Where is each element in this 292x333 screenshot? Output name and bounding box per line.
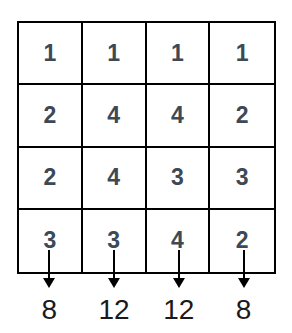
arrow-head xyxy=(108,278,120,288)
column-sum-1: 8 xyxy=(17,296,82,324)
arrow-shaft xyxy=(113,250,115,278)
column-sum-2: 12 xyxy=(82,296,147,324)
arrow-head xyxy=(238,278,250,288)
grid-cell-r2c3: 4 xyxy=(147,85,211,147)
grid-cell-r2c2: 4 xyxy=(83,85,147,147)
grid-cell-r1c3: 1 xyxy=(147,23,211,85)
grid-cell-r1c4: 1 xyxy=(210,23,274,85)
arrow-head xyxy=(173,278,185,288)
column-sums-row: 8 12 12 8 xyxy=(17,296,276,324)
grid-cell-r2c4: 2 xyxy=(210,85,274,147)
down-arrow-icon xyxy=(82,250,147,290)
down-arrow-icon xyxy=(147,250,212,290)
grid-cell-r3c3: 3 xyxy=(147,148,211,210)
number-grid: 1 1 1 1 2 4 4 2 2 4 3 3 3 3 4 2 xyxy=(17,21,276,274)
puzzle-canvas: 1 1 1 1 2 4 4 2 2 4 3 3 3 3 4 2 xyxy=(0,0,292,333)
grid-cell-r3c2: 4 xyxy=(83,148,147,210)
grid-cell-r3c4: 3 xyxy=(210,148,274,210)
grid-cell-r2c1: 2 xyxy=(19,85,83,147)
column-sum-4: 8 xyxy=(211,296,276,324)
grid-cell-r1c2: 1 xyxy=(83,23,147,85)
column-sum-3: 12 xyxy=(147,296,212,324)
arrow-head xyxy=(43,278,55,288)
grid-cell-r1c1: 1 xyxy=(19,23,83,85)
arrow-shaft xyxy=(48,250,50,278)
column-arrows xyxy=(17,250,276,290)
arrow-shaft xyxy=(243,250,245,278)
arrow-shaft xyxy=(178,250,180,278)
down-arrow-icon xyxy=(17,250,82,290)
down-arrow-icon xyxy=(211,250,276,290)
grid-cell-r3c1: 2 xyxy=(19,148,83,210)
